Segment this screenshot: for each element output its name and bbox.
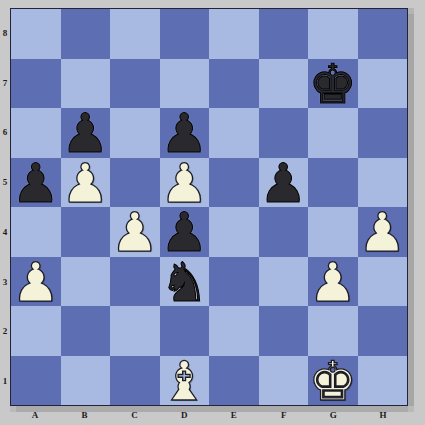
black-pawn-a5[interactable]: ♟	[12, 159, 60, 208]
rank-label-3: 3	[0, 257, 10, 307]
square-a4[interactable]	[11, 207, 61, 257]
square-h1[interactable]	[358, 356, 408, 406]
square-f1[interactable]	[259, 356, 309, 406]
file-label-e: E	[209, 406, 259, 422]
square-h6[interactable]	[358, 108, 408, 158]
square-a3[interactable]: ♟	[11, 257, 61, 307]
white-king-g1[interactable]: ♚	[309, 357, 357, 406]
square-g3[interactable]: ♟	[308, 257, 358, 307]
square-g2[interactable]	[308, 306, 358, 356]
square-d7[interactable]	[160, 59, 210, 109]
white-pawn-g3[interactable]: ♟	[309, 258, 357, 307]
square-g1[interactable]: ♚	[308, 356, 358, 406]
black-knight-d3[interactable]: ♞	[160, 258, 208, 307]
file-labels: ABCDEFGH	[10, 406, 408, 422]
square-b8[interactable]	[61, 9, 111, 59]
square-b5[interactable]: ♟	[61, 158, 111, 208]
chess-board: ♚♟♟♟♟♟♟♟♟♟♟♞♟♝♚	[10, 8, 408, 406]
rank-labels: 87654321	[0, 8, 10, 406]
square-f3[interactable]	[259, 257, 309, 307]
square-c6[interactable]	[110, 108, 160, 158]
square-h5[interactable]	[358, 158, 408, 208]
square-d1[interactable]: ♝	[160, 356, 210, 406]
square-h2[interactable]	[358, 306, 408, 356]
square-h7[interactable]	[358, 59, 408, 109]
square-d2[interactable]	[160, 306, 210, 356]
file-label-g: G	[309, 406, 359, 422]
rank-label-7: 7	[0, 58, 10, 108]
square-e7[interactable]	[209, 59, 259, 109]
square-c1[interactable]	[110, 356, 160, 406]
square-e2[interactable]	[209, 306, 259, 356]
rank-label-1: 1	[0, 356, 10, 406]
square-f7[interactable]	[259, 59, 309, 109]
black-pawn-f5[interactable]: ♟	[259, 159, 307, 208]
square-a8[interactable]	[11, 9, 61, 59]
square-c2[interactable]	[110, 306, 160, 356]
square-b2[interactable]	[61, 306, 111, 356]
square-b7[interactable]	[61, 59, 111, 109]
square-b6[interactable]: ♟	[61, 108, 111, 158]
file-label-c: C	[110, 406, 160, 422]
square-e8[interactable]	[209, 9, 259, 59]
square-c7[interactable]	[110, 59, 160, 109]
square-a7[interactable]	[11, 59, 61, 109]
white-bishop-d1[interactable]: ♝	[160, 357, 208, 406]
rank-label-5: 5	[0, 157, 10, 207]
square-e4[interactable]	[209, 207, 259, 257]
white-pawn-a3[interactable]: ♟	[12, 258, 60, 307]
white-pawn-c4[interactable]: ♟	[111, 208, 159, 257]
square-g6[interactable]	[308, 108, 358, 158]
square-c4[interactable]: ♟	[110, 207, 160, 257]
square-g8[interactable]	[308, 9, 358, 59]
square-a1[interactable]	[11, 356, 61, 406]
file-label-f: F	[259, 406, 309, 422]
square-c3[interactable]	[110, 257, 160, 307]
square-g7[interactable]: ♚	[308, 59, 358, 109]
square-f6[interactable]	[259, 108, 309, 158]
square-h8[interactable]	[358, 9, 408, 59]
square-b4[interactable]	[61, 207, 111, 257]
file-label-h: H	[358, 406, 408, 422]
square-d8[interactable]	[160, 9, 210, 59]
square-a2[interactable]	[11, 306, 61, 356]
square-c5[interactable]	[110, 158, 160, 208]
rank-label-8: 8	[0, 8, 10, 58]
square-b1[interactable]	[61, 356, 111, 406]
square-g5[interactable]	[308, 158, 358, 208]
square-d6[interactable]: ♟	[160, 108, 210, 158]
square-e1[interactable]	[209, 356, 259, 406]
file-label-a: A	[10, 406, 60, 422]
square-f2[interactable]	[259, 306, 309, 356]
square-g4[interactable]	[308, 207, 358, 257]
square-b3[interactable]	[61, 257, 111, 307]
rank-label-2: 2	[0, 307, 10, 357]
board-background: 87654321 ♚♟♟♟♟♟♟♟♟♟♟♞♟♝♚ ABCDEFGH	[0, 0, 425, 425]
white-pawn-h4[interactable]: ♟	[358, 208, 406, 257]
rank-label-4: 4	[0, 207, 10, 257]
white-pawn-b5[interactable]: ♟	[61, 159, 109, 208]
square-e5[interactable]	[209, 158, 259, 208]
square-a6[interactable]	[11, 108, 61, 158]
rank-label-6: 6	[0, 108, 10, 158]
square-f8[interactable]	[259, 9, 309, 59]
square-e6[interactable]	[209, 108, 259, 158]
file-label-d: D	[159, 406, 209, 422]
square-c8[interactable]	[110, 9, 160, 59]
square-d5[interactable]: ♟	[160, 158, 210, 208]
square-a5[interactable]: ♟	[11, 158, 61, 208]
square-e3[interactable]	[209, 257, 259, 307]
square-d4[interactable]: ♟	[160, 207, 210, 257]
square-f4[interactable]	[259, 207, 309, 257]
square-h4[interactable]: ♟	[358, 207, 408, 257]
square-d3[interactable]: ♞	[160, 257, 210, 307]
file-label-b: B	[60, 406, 110, 422]
square-h3[interactable]	[358, 257, 408, 307]
square-f5[interactable]: ♟	[259, 158, 309, 208]
black-king-g7[interactable]: ♚	[309, 60, 357, 109]
